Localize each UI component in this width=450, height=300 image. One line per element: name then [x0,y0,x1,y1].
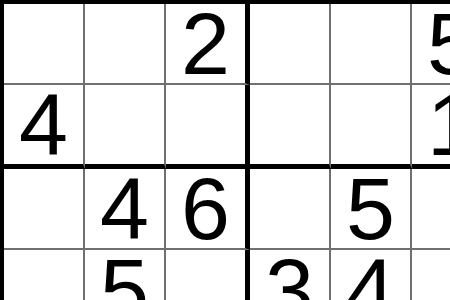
cell-r1c3[interactable]: 2 [166,4,250,85]
cell-r4c2[interactable]: 5 [85,250,166,300]
cell-r2c1[interactable]: 4 [4,85,85,169]
cell-r2c6[interactable]: 1 [412,85,450,169]
cell-r2c4[interactable] [250,85,331,169]
cell-r3c2[interactable]: 4 [85,169,166,250]
cell-r3c1[interactable] [4,169,85,250]
cell-r2c2[interactable] [85,85,166,169]
sudoku-board: 2541465534 [0,0,450,300]
cell-r4c4[interactable]: 3 [250,250,331,300]
cell-r3c3[interactable]: 6 [166,169,250,250]
cell-r4c5[interactable]: 4 [331,250,412,300]
cell-r4c3[interactable] [166,250,250,300]
cell-r2c3[interactable] [166,85,250,169]
cell-r3c5[interactable]: 5 [331,169,412,250]
cell-r1c1[interactable] [4,4,85,85]
sudoku-screenshot: 2541465534 [0,0,450,300]
cell-r1c2[interactable] [85,4,166,85]
cell-r2c5[interactable] [331,85,412,169]
cell-r3c4[interactable] [250,169,331,250]
cell-r1c5[interactable] [331,4,412,85]
cell-r1c4[interactable] [250,4,331,85]
cell-r3c6[interactable] [412,169,450,250]
cell-r1c6[interactable]: 5 [412,4,450,85]
cell-r4c6[interactable] [412,250,450,300]
cell-r4c1[interactable] [4,250,85,300]
